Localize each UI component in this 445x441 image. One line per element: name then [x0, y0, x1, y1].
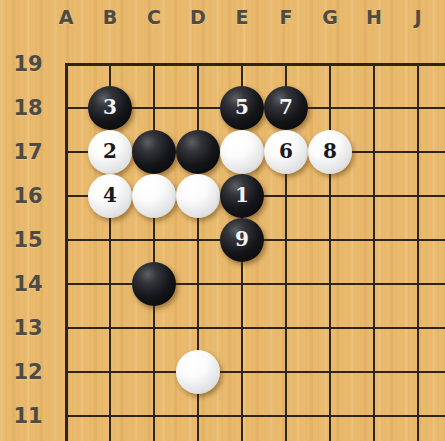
row-label-11: 11: [4, 404, 52, 428]
move-number: 6: [279, 141, 293, 161]
col-label-B: B: [88, 6, 132, 28]
stone-E16[interactable]: 1: [220, 174, 264, 218]
grid-line-col-J: [417, 63, 419, 441]
col-label-C: C: [132, 6, 176, 28]
stone-C14[interactable]: [132, 262, 176, 306]
move-number: 9: [235, 229, 249, 249]
row-label-15: 15: [4, 228, 52, 252]
grid-line-row-19: [65, 63, 445, 66]
stone-D17[interactable]: [176, 130, 220, 174]
grid-line-row-11: [65, 415, 445, 417]
row-label-16: 16: [4, 184, 52, 208]
grid-line-row-13: [65, 327, 445, 329]
stone-B16[interactable]: 4: [88, 174, 132, 218]
move-number: 2: [103, 141, 117, 161]
stone-C16[interactable]: [132, 174, 176, 218]
stone-F17[interactable]: 6: [264, 130, 308, 174]
stone-B18[interactable]: 3: [88, 86, 132, 130]
grid-line-row-12: [65, 371, 445, 373]
move-number: 5: [235, 97, 249, 117]
move-number: 7: [279, 97, 293, 117]
stone-E18[interactable]: 5: [220, 86, 264, 130]
row-label-13: 13: [4, 316, 52, 340]
go-board[interactable]: ABCDEFGHJ 191817161514131211 357268419: [0, 0, 445, 441]
col-label-D: D: [176, 6, 220, 28]
col-label-G: G: [308, 6, 352, 28]
grid-line-row-14: [65, 283, 445, 285]
stone-E15[interactable]: 9: [220, 218, 264, 262]
stone-E17[interactable]: [220, 130, 264, 174]
stone-B17[interactable]: 2: [88, 130, 132, 174]
stone-G17[interactable]: 8: [308, 130, 352, 174]
grid-line-col-C: [153, 63, 155, 441]
col-label-F: F: [264, 6, 308, 28]
move-number: 3: [103, 97, 117, 117]
move-number: 4: [103, 185, 117, 205]
col-label-E: E: [220, 6, 264, 28]
row-label-12: 12: [4, 360, 52, 384]
grid-line-col-G: [329, 63, 331, 441]
stone-F18[interactable]: 7: [264, 86, 308, 130]
col-label-H: H: [352, 6, 396, 28]
col-label-J: J: [396, 6, 440, 28]
stone-C17[interactable]: [132, 130, 176, 174]
stone-D16[interactable]: [176, 174, 220, 218]
grid-line-col-H: [373, 63, 375, 441]
move-number: 8: [323, 141, 337, 161]
row-label-19: 19: [4, 52, 52, 76]
row-label-14: 14: [4, 272, 52, 296]
move-number: 1: [235, 185, 249, 205]
grid-line-col-A: [65, 63, 68, 441]
row-label-18: 18: [4, 96, 52, 120]
stone-D12[interactable]: [176, 350, 220, 394]
row-label-17: 17: [4, 140, 52, 164]
col-label-A: A: [44, 6, 88, 28]
